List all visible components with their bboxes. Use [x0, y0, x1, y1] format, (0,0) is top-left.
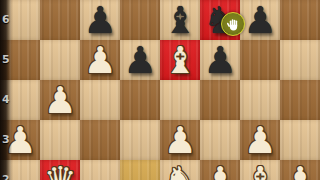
square-f5[interactable]: ♟ [200, 40, 240, 80]
square-b5[interactable] [40, 40, 80, 80]
rank-label-4: 4 [2, 80, 12, 120]
hand-icon [227, 18, 240, 31]
square-e6[interactable]: ♝ [160, 0, 200, 40]
square-c4[interactable] [80, 80, 120, 120]
square-h4[interactable] [280, 80, 320, 120]
white-queen-b2[interactable]: ♛ [40, 160, 80, 180]
square-c3[interactable] [80, 120, 120, 160]
black-pawn-f5[interactable]: ♟ [200, 40, 240, 80]
black-bishop-e6[interactable]: ♝ [160, 0, 200, 40]
square-g6[interactable]: ♟ [240, 0, 280, 40]
white-pawn-h2[interactable]: ♟ [280, 160, 320, 180]
rank-label-3: 3 [2, 120, 12, 160]
square-g3[interactable]: ♟ [240, 120, 280, 160]
square-d4[interactable] [120, 80, 160, 120]
white-bishop-g2[interactable]: ♝ [240, 160, 280, 180]
square-h6[interactable] [280, 0, 320, 40]
white-pawn-c5[interactable]: ♟ [80, 40, 120, 80]
white-knight-e2[interactable]: ♞ [160, 160, 200, 180]
square-d5[interactable]: ♟ [120, 40, 160, 80]
square-c5[interactable]: ♟ [80, 40, 120, 80]
white-pawn-g3[interactable]: ♟ [240, 120, 280, 160]
square-g2[interactable]: ♝ [240, 160, 280, 180]
black-pawn-c6[interactable]: ♟ [80, 0, 120, 40]
square-e3[interactable]: ♟ [160, 120, 200, 160]
square-h2[interactable]: ♟ [280, 160, 320, 180]
square-c6[interactable]: ♟ [80, 0, 120, 40]
square-d2[interactable] [120, 160, 160, 180]
square-g4[interactable] [240, 80, 280, 120]
board: ♟♝♞♟♟♟♝♟♟♟♟♟♛♞♟♝♟ [0, 0, 320, 180]
square-c2[interactable] [80, 160, 120, 180]
square-b6[interactable] [40, 0, 80, 40]
white-bishop-e5[interactable]: ♝ [160, 40, 200, 80]
rank-label-5: 5 [2, 40, 12, 80]
square-b3[interactable] [40, 120, 80, 160]
square-h5[interactable] [280, 40, 320, 80]
rank-label-bar: 65432 [0, 0, 12, 180]
square-b2[interactable]: ♛ [40, 160, 80, 180]
square-e4[interactable] [160, 80, 200, 120]
black-pawn-d5[interactable]: ♟ [120, 40, 160, 80]
rank-label-2: 2 [2, 160, 12, 180]
chess-board-screen: ♟♝♞♟♟♟♝♟♟♟♟♟♛♞♟♝♟ 65432 [0, 0, 320, 180]
square-f4[interactable] [200, 80, 240, 120]
square-h3[interactable] [280, 120, 320, 160]
square-d3[interactable] [120, 120, 160, 160]
white-pawn-b4[interactable]: ♟ [40, 80, 80, 120]
rank-label-6: 6 [2, 0, 12, 40]
square-e2[interactable]: ♞ [160, 160, 200, 180]
square-b4[interactable]: ♟ [40, 80, 80, 120]
square-d6[interactable] [120, 0, 160, 40]
square-f3[interactable] [200, 120, 240, 160]
white-pawn-e3[interactable]: ♟ [160, 120, 200, 160]
white-pawn-f2[interactable]: ♟ [200, 160, 240, 180]
hand-grab-cursor-icon[interactable] [221, 12, 245, 36]
square-f2[interactable]: ♟ [200, 160, 240, 180]
square-e5[interactable]: ♝ [160, 40, 200, 80]
black-pawn-g6[interactable]: ♟ [240, 0, 280, 40]
square-g5[interactable] [240, 40, 280, 80]
